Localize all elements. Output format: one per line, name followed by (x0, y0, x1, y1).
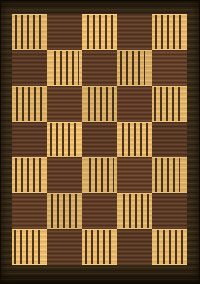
rug-square-r4c4-tan (117, 122, 152, 158)
rug-square-r5c2-brown (47, 157, 82, 193)
stripe-pattern (123, 194, 149, 228)
stripe-pattern (120, 51, 145, 85)
rug-square-r7c5-tan (152, 229, 187, 265)
rug-square-r1c2-brown (47, 14, 82, 50)
stripe-pattern (155, 158, 180, 192)
rug-square-r3c2-brown (47, 86, 82, 122)
rug-square-r5c4-brown (117, 157, 152, 193)
rug-square-r4c1-brown (12, 122, 47, 158)
stripe-pattern (14, 230, 42, 264)
rug-square-r6c4-tan (117, 193, 152, 229)
stripe-pattern (157, 230, 184, 264)
stripe-pattern (155, 15, 184, 49)
rug-square-r5c5-tan (152, 157, 187, 193)
rug-square-r3c3-tan (82, 86, 117, 122)
stripe-pattern (50, 123, 76, 157)
stripe-pattern (88, 87, 114, 121)
rug-photo (0, 0, 200, 284)
rug-square-r2c2-tan (47, 50, 82, 86)
rug-square-r2c5-brown (152, 50, 187, 86)
rug-square-r4c2-tan (47, 122, 82, 158)
rug-square-r7c2-brown (47, 229, 82, 265)
rug-square-r5c3-tan (82, 157, 117, 193)
rug-square-r3c1-tan (12, 86, 47, 122)
rug-square-r1c5-tan (152, 14, 187, 50)
rug-square-r2c3-brown (82, 50, 117, 86)
rug-square-r1c3-tan (82, 14, 117, 50)
rug-square-r5c1-tan (12, 157, 47, 193)
rug-square-r6c3-brown (82, 193, 117, 229)
stripe-pattern (15, 158, 44, 192)
rug-square-r7c4-brown (117, 229, 152, 265)
checkerboard (12, 14, 187, 265)
stripe-pattern (85, 230, 111, 264)
rug-square-r3c4-brown (117, 86, 152, 122)
stripe-pattern (87, 15, 114, 49)
stripe-pattern (15, 15, 41, 49)
rug-square-r7c3-tan (82, 229, 117, 265)
rug-square-r7c1-tan (12, 229, 47, 265)
rug-square-r4c5-brown (152, 122, 187, 158)
stripe-pattern (51, 194, 78, 228)
stripe-pattern (54, 51, 79, 85)
stripe-pattern (154, 87, 182, 121)
rug-square-r4c3-brown (82, 122, 117, 158)
stripe-pattern (122, 123, 149, 157)
rug-square-r6c5-brown (152, 193, 187, 229)
rug-square-r6c2-tan (47, 193, 82, 229)
stripe-pattern (16, 87, 43, 121)
rug-square-r2c1-brown (12, 50, 47, 86)
rug-square-r2c4-tan (117, 50, 152, 86)
rug-square-r1c4-brown (117, 14, 152, 50)
rug-square-r6c1-brown (12, 193, 47, 229)
stripe-pattern (89, 158, 114, 192)
rug-square-r1c1-tan (12, 14, 47, 50)
rug-square-r3c5-tan (152, 86, 187, 122)
